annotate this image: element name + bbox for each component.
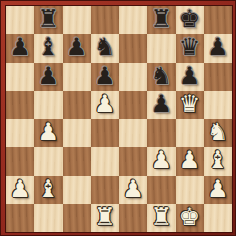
square-g1[interactable]: ♚ xyxy=(176,204,204,232)
square-c6[interactable] xyxy=(63,63,91,91)
square-g2[interactable] xyxy=(176,176,204,204)
square-b3[interactable] xyxy=(34,147,62,175)
square-g4[interactable] xyxy=(176,119,204,147)
square-g6[interactable]: ♟ xyxy=(176,63,204,91)
square-g7[interactable]: ♛ xyxy=(176,34,204,62)
piece-black-pawn[interactable]: ♟ xyxy=(94,64,116,88)
piece-white-pawn[interactable]: ♟ xyxy=(38,120,60,144)
piece-black-pawn[interactable]: ♟ xyxy=(207,35,229,59)
square-a8[interactable] xyxy=(6,6,34,34)
piece-black-pawn[interactable]: ♟ xyxy=(179,64,201,88)
square-h1[interactable] xyxy=(204,204,232,232)
square-h4[interactable]: ♞ xyxy=(204,119,232,147)
square-c5[interactable] xyxy=(63,91,91,119)
piece-white-bishop[interactable]: ♝ xyxy=(38,177,60,201)
square-e8[interactable] xyxy=(119,6,147,34)
square-d6[interactable]: ♟ xyxy=(91,63,119,91)
piece-black-rook[interactable]: ♜ xyxy=(38,7,60,31)
piece-black-pawn[interactable]: ♟ xyxy=(66,35,88,59)
square-d2[interactable] xyxy=(91,176,119,204)
square-d7[interactable]: ♞ xyxy=(91,34,119,62)
square-e7[interactable] xyxy=(119,34,147,62)
piece-black-pawn[interactable]: ♟ xyxy=(151,92,173,116)
piece-black-king[interactable]: ♚ xyxy=(179,7,201,31)
piece-white-pawn[interactable]: ♟ xyxy=(151,148,173,172)
square-e5[interactable] xyxy=(119,91,147,119)
square-f1[interactable]: ♜ xyxy=(147,204,175,232)
square-e3[interactable] xyxy=(119,147,147,175)
piece-white-rook[interactable]: ♜ xyxy=(151,205,173,229)
piece-white-pawn[interactable]: ♟ xyxy=(9,177,31,201)
square-a4[interactable] xyxy=(6,119,34,147)
square-f7[interactable] xyxy=(147,34,175,62)
square-g5[interactable]: ♛ xyxy=(176,91,204,119)
square-b1[interactable] xyxy=(34,204,62,232)
square-a6[interactable] xyxy=(6,63,34,91)
piece-white-pawn[interactable]: ♟ xyxy=(94,92,116,116)
piece-black-knight[interactable]: ♞ xyxy=(151,64,173,88)
piece-white-pawn[interactable]: ♟ xyxy=(122,177,144,201)
square-a5[interactable] xyxy=(6,91,34,119)
piece-white-king[interactable]: ♚ xyxy=(179,205,201,229)
square-e2[interactable]: ♟ xyxy=(119,176,147,204)
square-c4[interactable] xyxy=(63,119,91,147)
board-frame: ♜♜♚♟♝♟♞♛♟♟♟♞♟♟♟♛♟♞♟♟♝♟♝♟♟♜♜♚ xyxy=(0,0,236,236)
square-f3[interactable]: ♟ xyxy=(147,147,175,175)
square-e1[interactable] xyxy=(119,204,147,232)
square-b8[interactable]: ♜ xyxy=(34,6,62,34)
piece-white-queen[interactable]: ♛ xyxy=(179,92,201,116)
square-a1[interactable] xyxy=(6,204,34,232)
chess-board: ♜♜♚♟♝♟♞♛♟♟♟♞♟♟♟♛♟♞♟♟♝♟♝♟♟♜♜♚ xyxy=(6,6,232,232)
square-c1[interactable] xyxy=(63,204,91,232)
square-e6[interactable] xyxy=(119,63,147,91)
square-c8[interactable] xyxy=(63,6,91,34)
piece-white-knight[interactable]: ♞ xyxy=(207,120,229,144)
square-f5[interactable]: ♟ xyxy=(147,91,175,119)
square-c7[interactable]: ♟ xyxy=(63,34,91,62)
piece-black-pawn[interactable]: ♟ xyxy=(38,64,60,88)
piece-black-queen[interactable]: ♛ xyxy=(179,35,201,59)
square-h5[interactable] xyxy=(204,91,232,119)
piece-white-rook[interactable]: ♜ xyxy=(94,205,116,229)
square-a3[interactable] xyxy=(6,147,34,175)
piece-black-knight[interactable]: ♞ xyxy=(94,35,116,59)
square-b2[interactable]: ♝ xyxy=(34,176,62,204)
square-c2[interactable] xyxy=(63,176,91,204)
square-c3[interactable] xyxy=(63,147,91,175)
square-a7[interactable]: ♟ xyxy=(6,34,34,62)
piece-black-rook[interactable]: ♜ xyxy=(151,7,173,31)
square-f6[interactable]: ♞ xyxy=(147,63,175,91)
square-d5[interactable]: ♟ xyxy=(91,91,119,119)
square-h8[interactable] xyxy=(204,6,232,34)
square-h6[interactable] xyxy=(204,63,232,91)
piece-white-pawn[interactable]: ♟ xyxy=(207,177,229,201)
square-d3[interactable] xyxy=(91,147,119,175)
square-f4[interactable] xyxy=(147,119,175,147)
square-b5[interactable] xyxy=(34,91,62,119)
square-e4[interactable] xyxy=(119,119,147,147)
square-h7[interactable]: ♟ xyxy=(204,34,232,62)
piece-black-bishop[interactable]: ♝ xyxy=(38,35,60,59)
square-a2[interactable]: ♟ xyxy=(6,176,34,204)
square-g3[interactable]: ♟ xyxy=(176,147,204,175)
square-b7[interactable]: ♝ xyxy=(34,34,62,62)
square-h3[interactable]: ♝ xyxy=(204,147,232,175)
square-f2[interactable] xyxy=(147,176,175,204)
square-b6[interactable]: ♟ xyxy=(34,63,62,91)
square-d8[interactable] xyxy=(91,6,119,34)
square-b4[interactable]: ♟ xyxy=(34,119,62,147)
square-f8[interactable]: ♜ xyxy=(147,6,175,34)
square-d1[interactable]: ♜ xyxy=(91,204,119,232)
square-h2[interactable]: ♟ xyxy=(204,176,232,204)
square-d4[interactable] xyxy=(91,119,119,147)
piece-black-pawn[interactable]: ♟ xyxy=(9,35,31,59)
square-g8[interactable]: ♚ xyxy=(176,6,204,34)
piece-white-pawn[interactable]: ♟ xyxy=(179,148,201,172)
piece-white-bishop[interactable]: ♝ xyxy=(207,148,229,172)
